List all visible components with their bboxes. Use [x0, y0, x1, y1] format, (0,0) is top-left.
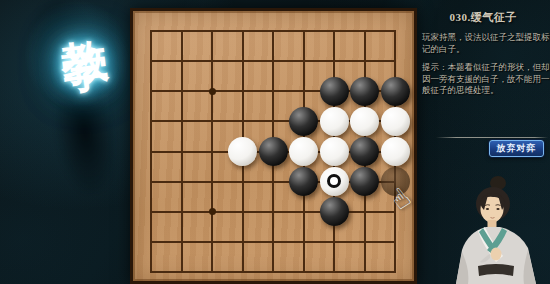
puzzle-hint-text: 提示：本题看似征子的形状，但却 因一旁有支援的白子，故不能用一 般征子的思维处理… [422, 62, 550, 97]
black-stone [259, 137, 288, 166]
white-stone [320, 107, 349, 136]
panel-divider [436, 137, 548, 138]
black-stone [350, 77, 379, 106]
marked-white-stone [320, 167, 349, 196]
black-stone [289, 167, 318, 196]
white-stone [320, 137, 349, 166]
cyan-glow [8, 0, 140, 166]
ghost-black-stone-preview[interactable] [381, 167, 410, 196]
black-stone [289, 107, 318, 136]
white-stone [381, 137, 410, 166]
black-stone [350, 137, 379, 166]
tutorial-banner: 教学 [14, 0, 134, 210]
go-grid[interactable] [150, 30, 396, 273]
white-stone [289, 137, 318, 166]
right-eye [496, 208, 499, 210]
black-stone [320, 197, 349, 226]
white-stone [350, 107, 379, 136]
hand [491, 248, 502, 261]
character-portrait [440, 170, 550, 284]
puzzle-title: 030.缓气征子 [420, 10, 546, 25]
go-board[interactable] [130, 8, 417, 284]
give-up-game-button[interactable]: 放弃对弈 [489, 140, 544, 157]
black-stone [350, 167, 379, 196]
white-stone [381, 107, 410, 136]
tutorial-screen: 教学 ☝ 030.缓气征子 玩家持黑，设法以征子之型提取标 记的白子。 提示：本… [0, 0, 550, 284]
star-point [209, 88, 216, 95]
left-eye [486, 208, 489, 210]
black-stone [381, 77, 410, 106]
star-point [209, 208, 216, 215]
white-stone [228, 137, 257, 166]
black-stone [320, 77, 349, 106]
puzzle-objective-text: 玩家持黑，设法以征子之型提取标 记的白子。 [422, 32, 550, 55]
